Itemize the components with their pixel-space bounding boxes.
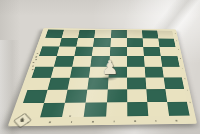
square[interactable] — [70, 66, 90, 77]
square[interactable] — [161, 56, 180, 66]
square[interactable] — [164, 77, 185, 89]
square[interactable] — [107, 89, 127, 102]
square[interactable] — [142, 38, 159, 47]
square[interactable] — [146, 89, 167, 102]
square[interactable] — [167, 102, 190, 116]
square[interactable] — [75, 47, 94, 57]
square[interactable] — [62, 30, 80, 38]
square[interactable] — [68, 77, 89, 89]
photo-scene: ♞ ♟ — [0, 0, 200, 134]
square[interactable] — [144, 56, 162, 66]
square[interactable] — [94, 30, 111, 38]
square[interactable] — [40, 103, 65, 118]
square[interactable] — [111, 30, 127, 38]
square[interactable] — [157, 31, 174, 39]
square[interactable] — [127, 38, 144, 47]
square[interactable] — [86, 89, 107, 102]
square[interactable] — [162, 66, 182, 77]
square[interactable] — [48, 77, 70, 89]
white-pawn-glyph: ♟ — [99, 55, 121, 79]
square[interactable] — [144, 66, 163, 77]
scuff-marks — [35, 56, 37, 57]
square[interactable] — [159, 47, 177, 56]
square[interactable] — [54, 56, 74, 66]
square[interactable] — [127, 102, 148, 116]
square[interactable] — [76, 38, 94, 47]
file-coordinates — [27, 120, 181, 124]
square[interactable] — [62, 102, 86, 117]
square[interactable] — [142, 30, 158, 38]
square[interactable] — [127, 77, 146, 89]
square[interactable] — [145, 77, 165, 89]
square[interactable] — [127, 30, 143, 38]
square[interactable] — [127, 89, 147, 102]
square[interactable] — [127, 47, 144, 56]
square[interactable] — [147, 102, 169, 116]
square[interactable] — [110, 38, 127, 47]
square[interactable] — [84, 102, 106, 117]
square[interactable] — [165, 89, 187, 102]
white-pawn[interactable]: ♟ — [99, 55, 121, 83]
square[interactable] — [57, 47, 77, 57]
square[interactable] — [143, 47, 161, 56]
knight-logo-icon: ♞ — [18, 117, 26, 123]
square[interactable] — [127, 56, 145, 66]
square[interactable] — [78, 30, 95, 38]
square[interactable] — [93, 38, 110, 47]
square[interactable] — [127, 66, 146, 77]
square[interactable] — [65, 89, 88, 102]
square[interactable] — [44, 89, 68, 102]
square[interactable] — [59, 38, 78, 47]
square[interactable] — [158, 39, 175, 48]
square[interactable] — [106, 102, 127, 116]
square[interactable] — [51, 66, 72, 77]
square[interactable] — [72, 56, 92, 66]
